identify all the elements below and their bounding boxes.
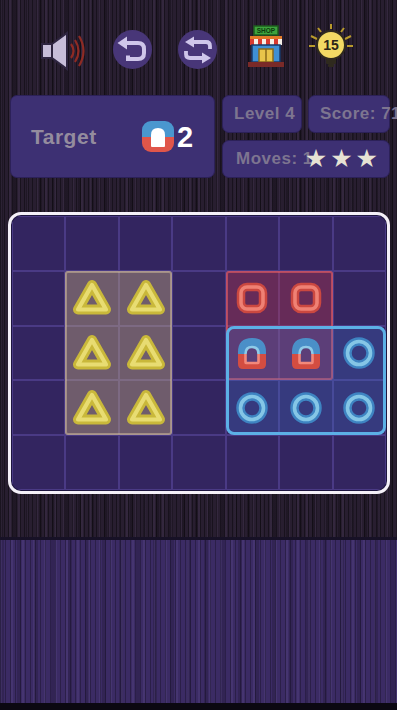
restart-arrows-icon [179,31,217,69]
score-text: Score: 71 [320,104,397,124]
piece-yellow-triangle[interactable] [65,326,118,381]
piece-yellow-triangle[interactable] [119,326,172,381]
piece-red-square[interactable] [226,271,279,326]
piece-red-square[interactable] [279,271,332,326]
bottom-panel [0,537,397,710]
star-icon: ★ [356,144,381,172]
piece-blue-circle[interactable] [333,326,386,381]
hint-button[interactable]: 15 [308,23,354,71]
restart-button[interactable] [178,30,217,69]
sound-button[interactable] [38,29,86,73]
level-panel: Level 4 [222,95,302,133]
target-piece-icon [139,117,177,157]
bottom-strip [0,703,397,710]
score-panel: Score: 71 [308,95,390,133]
target-panel: Target 2 [10,95,215,178]
target-count: 2 [177,120,193,153]
piece-yellow-triangle[interactable] [65,271,118,326]
piece-layer [12,216,386,490]
piece-arch-blue-red[interactable] [226,326,279,381]
piece-yellow-triangle[interactable] [119,380,172,435]
game-screen: SHOP [0,0,397,710]
piece-blue-circle[interactable] [226,380,279,435]
svg-text:SHOP: SHOP [257,27,276,34]
stars-rating: ★★★ [305,144,381,173]
level-text: Level 4 [234,104,295,124]
game-board [8,212,390,494]
moves-panel: Moves: 1 ★★★ [222,140,390,178]
piece-blue-circle[interactable] [333,380,386,435]
piece-yellow-triangle[interactable] [119,271,172,326]
piece-blue-circle[interactable] [279,380,332,435]
piece-arch-blue-red[interactable] [279,326,332,381]
shop-button[interactable]: SHOP [246,25,286,71]
lightbulb-icon: 15 [308,23,354,71]
speaker-icon [38,29,86,73]
target-label: Target [31,125,97,149]
star-icon: ★ [305,144,330,172]
undo-button[interactable] [113,30,152,69]
piece-yellow-triangle[interactable] [65,380,118,435]
hint-count: 15 [323,37,339,53]
undo-arrow-icon [114,31,152,69]
star-icon: ★ [330,144,355,172]
shop-icon: SHOP [246,25,286,71]
moves-text: Moves: 1 [236,149,313,169]
